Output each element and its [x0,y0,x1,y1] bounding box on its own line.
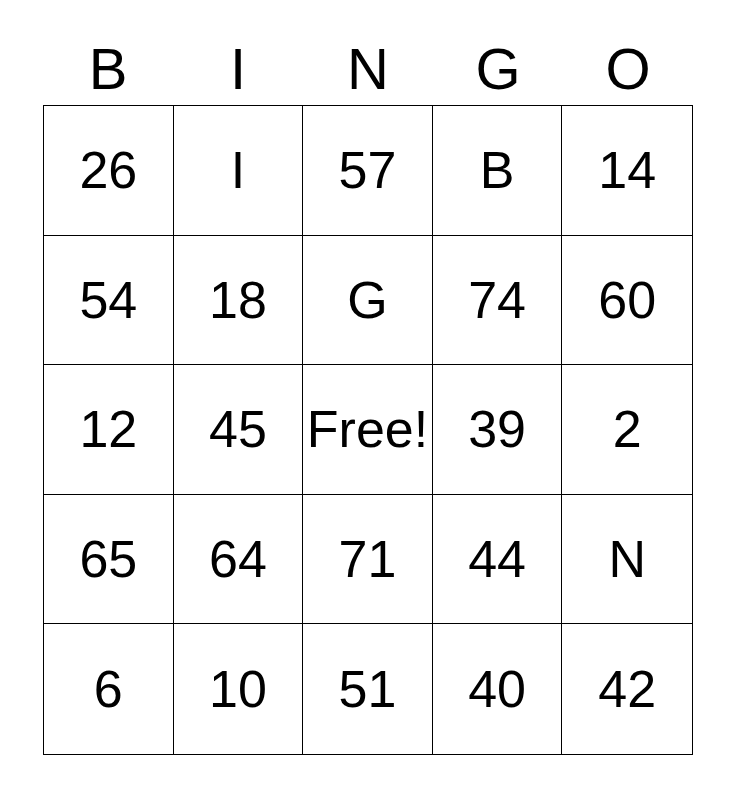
bingo-cell-r4c2[interactable]: 64 [174,495,304,625]
bingo-cell-r3c5[interactable]: 2 [562,365,692,495]
header-letter-i: I [173,38,303,100]
header-letter-n: N [303,38,433,100]
bingo-grid: 26 I 57 B 14 54 18 G 74 60 12 45 Free! 3… [43,105,693,755]
bingo-cell-r5c5[interactable]: 42 [562,624,692,754]
bingo-cell-r5c2[interactable]: 10 [174,624,304,754]
bingo-cell-r4c1[interactable]: 65 [44,495,174,625]
bingo-cell-r1c3[interactable]: 57 [303,106,433,236]
bingo-cell-r3c4[interactable]: 39 [433,365,563,495]
bingo-cell-r3c1[interactable]: 12 [44,365,174,495]
bingo-card-page: B I N G O 26 I 57 B 14 54 18 G 74 60 12 … [0,0,736,800]
bingo-cell-r3c2[interactable]: 45 [174,365,304,495]
header-letter-b: B [43,38,173,100]
bingo-cell-r5c4[interactable]: 40 [433,624,563,754]
bingo-cell-free[interactable]: Free! [303,365,433,495]
bingo-cell-r5c1[interactable]: 6 [44,624,174,754]
header-letter-g: G [433,38,563,100]
bingo-header: B I N G O [43,38,693,100]
bingo-cell-r4c4[interactable]: 44 [433,495,563,625]
bingo-cell-r2c4[interactable]: 74 [433,236,563,366]
bingo-cell-r2c1[interactable]: 54 [44,236,174,366]
header-letter-o: O [563,38,693,100]
bingo-cell-r1c1[interactable]: 26 [44,106,174,236]
bingo-cell-r2c2[interactable]: 18 [174,236,304,366]
bingo-cell-r4c5[interactable]: N [562,495,692,625]
bingo-cell-r4c3[interactable]: 71 [303,495,433,625]
bingo-cell-r1c2[interactable]: I [174,106,304,236]
bingo-cell-r5c3[interactable]: 51 [303,624,433,754]
bingo-cell-r2c5[interactable]: 60 [562,236,692,366]
bingo-cell-r1c5[interactable]: 14 [562,106,692,236]
bingo-cell-r2c3[interactable]: G [303,236,433,366]
bingo-cell-r1c4[interactable]: B [433,106,563,236]
